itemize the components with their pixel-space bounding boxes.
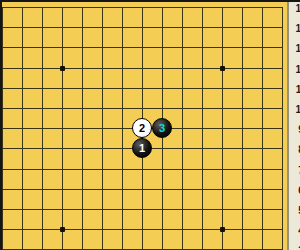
row-coordinate-label: 13 <box>294 44 300 54</box>
goban-viewer-window: 123 151413121110987654321 <box>0 0 300 250</box>
row-coordinate-label: 8 <box>294 145 300 155</box>
row-coordinate-label: 3 <box>294 246 300 250</box>
row-coordinate-label: 5 <box>294 206 300 216</box>
star-point <box>60 227 65 232</box>
row-coordinate-label: 15 <box>294 4 300 14</box>
row-coordinate-label: 4 <box>294 226 300 236</box>
window-border-left <box>0 0 2 250</box>
row-coordinate-label: 10 <box>294 105 300 115</box>
row-coordinate-label: 6 <box>294 186 300 196</box>
window-border-top <box>0 0 300 2</box>
row-coordinate-label: 14 <box>294 24 300 34</box>
row-coordinate-label: 11 <box>294 85 300 95</box>
go-board[interactable]: 123 <box>0 0 287 250</box>
row-coordinate-label: 12 <box>294 65 300 75</box>
star-point <box>220 66 225 71</box>
row-coordinate-label: 9 <box>294 125 300 135</box>
row-coordinate-label: 7 <box>294 166 300 176</box>
star-point <box>60 66 65 71</box>
star-point <box>220 227 225 232</box>
